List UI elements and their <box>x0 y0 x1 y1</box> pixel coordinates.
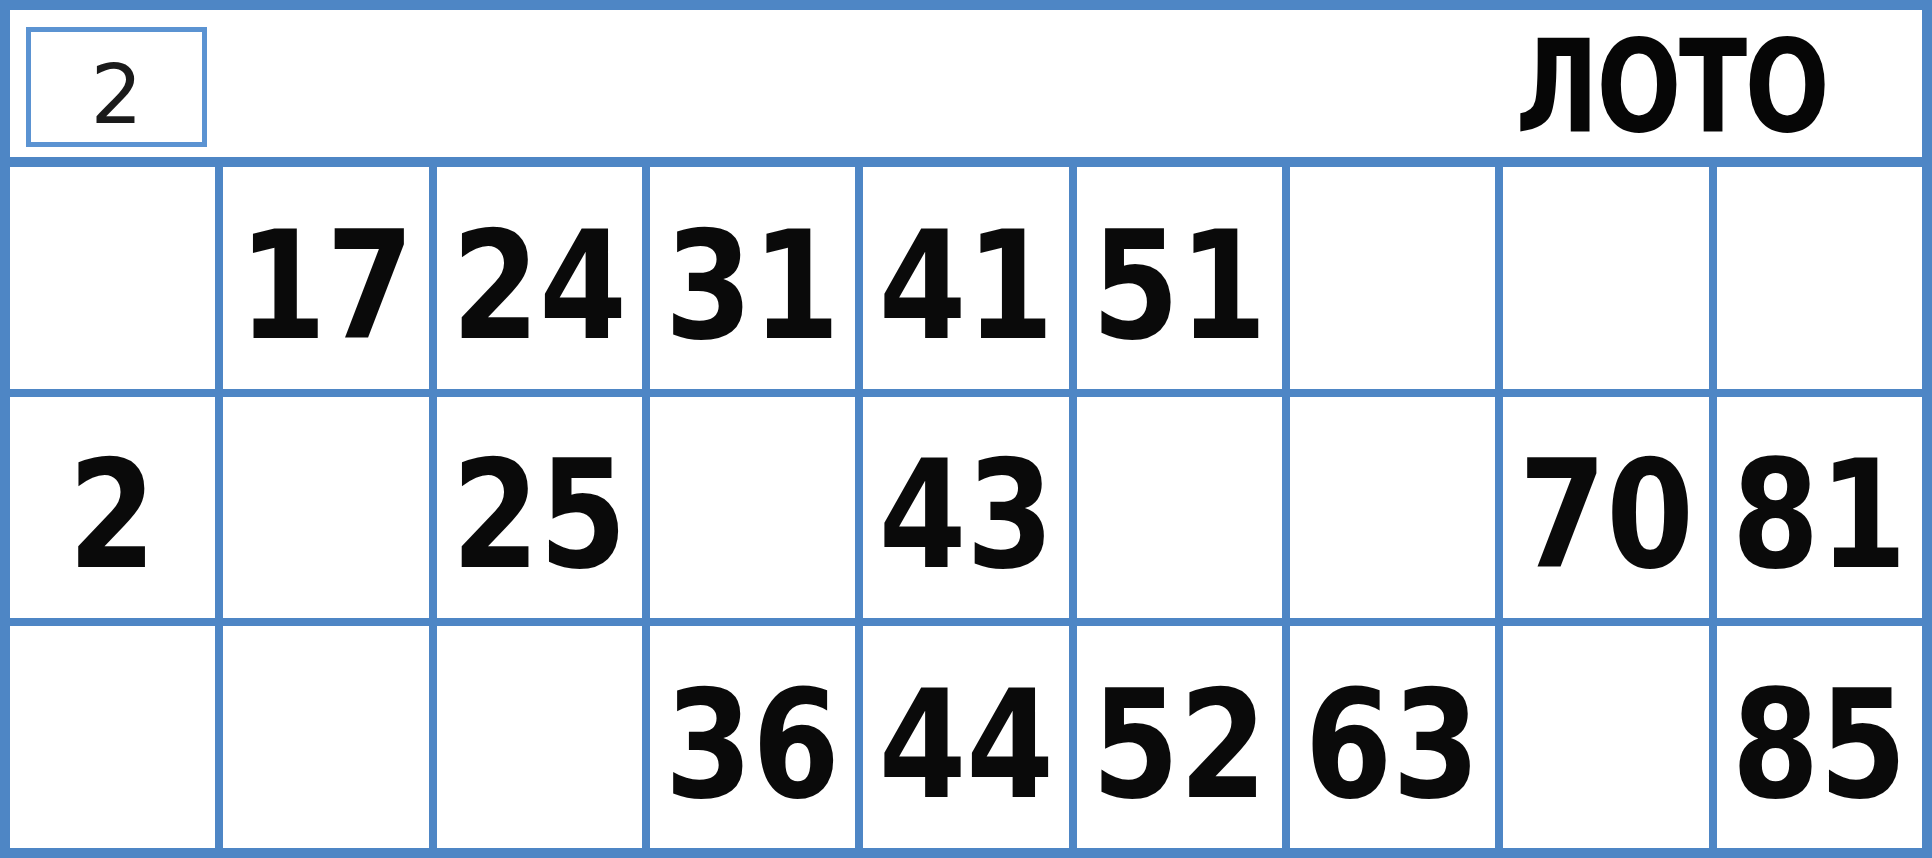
cell-number: 41 <box>878 210 1053 360</box>
card-title: ЛОТО <box>1516 17 1827 151</box>
grid-cell-r3c8[interactable] <box>1503 626 1708 848</box>
cell-number: 81 <box>1732 440 1907 590</box>
cell-number: 44 <box>878 670 1053 820</box>
grid-cell-r2c7[interactable] <box>1290 397 1495 619</box>
cell-number: 43 <box>878 440 1053 590</box>
grid-cell-r2c8[interactable]: 70 <box>1503 397 1708 619</box>
grid-cell-r1c8[interactable] <box>1503 167 1708 389</box>
cell-number: 31 <box>665 210 840 360</box>
grid-cell-r1c1[interactable] <box>10 167 215 389</box>
card-number: 2 <box>90 38 142 136</box>
loto-grid: 17243141512254370813644526385 <box>10 167 1922 848</box>
cell-number: 52 <box>1092 670 1267 820</box>
grid-cell-r1c6[interactable]: 51 <box>1077 167 1282 389</box>
loto-card: 2 ЛОТО 17243141512254370813644526385 <box>0 0 1932 858</box>
grid-cell-r2c6[interactable] <box>1077 397 1282 619</box>
cell-number: 2 <box>69 440 157 590</box>
cell-number: 36 <box>665 670 840 820</box>
cell-number: 24 <box>452 210 627 360</box>
grid-cell-r1c5[interactable]: 41 <box>863 167 1068 389</box>
card-number-box: 2 <box>26 27 207 147</box>
grid-cell-r2c4[interactable] <box>650 397 855 619</box>
grid-cell-r3c6[interactable]: 52 <box>1077 626 1282 848</box>
grid-cell-r2c9[interactable]: 81 <box>1717 397 1922 619</box>
grid-cell-r2c1[interactable]: 2 <box>10 397 215 619</box>
grid-cell-r2c3[interactable]: 25 <box>437 397 642 619</box>
card-header: 2 ЛОТО <box>10 10 1922 167</box>
card-title-wrap: ЛОТО <box>1428 10 1827 157</box>
cell-number: 85 <box>1732 670 1907 820</box>
cell-number: 25 <box>452 440 627 590</box>
grid-cell-r3c2[interactable] <box>223 626 428 848</box>
cell-number: 17 <box>238 210 413 360</box>
grid-cell-r3c4[interactable]: 36 <box>650 626 855 848</box>
grid-cell-r2c2[interactable] <box>223 397 428 619</box>
grid-cell-r1c3[interactable]: 24 <box>437 167 642 389</box>
grid-cell-r1c7[interactable] <box>1290 167 1495 389</box>
grid-cell-r1c9[interactable] <box>1717 167 1922 389</box>
grid-cell-r1c2[interactable]: 17 <box>223 167 428 389</box>
cell-number: 63 <box>1305 670 1480 820</box>
cell-number: 51 <box>1092 210 1267 360</box>
grid-cell-r1c4[interactable]: 31 <box>650 167 855 389</box>
grid-cell-r3c3[interactable] <box>437 626 642 848</box>
grid-cell-r3c9[interactable]: 85 <box>1717 626 1922 848</box>
cell-number: 70 <box>1518 440 1693 590</box>
grid-cell-r3c7[interactable]: 63 <box>1290 626 1495 848</box>
grid-cell-r3c1[interactable] <box>10 626 215 848</box>
grid-cell-r2c5[interactable]: 43 <box>863 397 1068 619</box>
grid-cell-r3c5[interactable]: 44 <box>863 626 1068 848</box>
